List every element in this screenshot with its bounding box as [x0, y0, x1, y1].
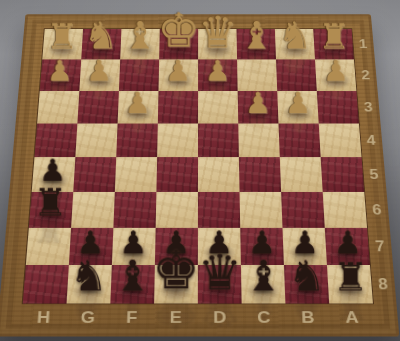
rank-label-3: 3 [356, 91, 380, 124]
file-label-b: B [285, 304, 330, 333]
chess-board: ♜♜♞♞♝♝♚♚♛♛♝♝♞♞♜♜♟♟♟♟♟♟♟♟♟♟♟♟♟♟♟♟♟♟♜♜♟♟♟♟… [0, 14, 399, 336]
file-label-h: H [20, 304, 66, 333]
piece-white-pawn-b3[interactable]: ♟♟ [277, 91, 318, 124]
piece-reflection: ♝ [101, 295, 163, 326]
piece-glyph: ♜ [320, 257, 381, 296]
piece-glyph: ♜ [307, 19, 361, 54]
piece-reflection: ♞ [57, 295, 120, 326]
piece-glyph: ♟ [72, 57, 127, 86]
file-label-f: F [109, 304, 154, 333]
file-label-g: G [65, 304, 111, 333]
piece-glyph: ♟ [190, 57, 245, 86]
piece-black-rook-h6[interactable]: ♜♜ [29, 192, 73, 228]
file-label-e: E [153, 304, 197, 333]
piece-reflection: ♟ [270, 115, 327, 134]
piece-glyph: ♟ [309, 57, 364, 86]
chess-scene: ♜♜♞♞♝♝♚♚♛♛♝♝♞♞♜♜♟♟♟♟♟♟♟♟♟♟♟♟♟♟♟♟♟♟♜♜♟♟♟♟… [0, 0, 400, 341]
piece-reflection: ♞ [277, 295, 340, 326]
file-label-c: C [242, 304, 287, 333]
piece-black-rook-a8[interactable]: ♜♜ [327, 265, 373, 304]
piece-white-pawn-g2[interactable]: ♟♟ [79, 59, 120, 91]
piece-white-pawn-d2[interactable]: ♟♟ [198, 59, 238, 91]
file-labels: HGFEDCBA [20, 304, 375, 333]
piece-glyph: ♜ [21, 184, 80, 222]
piece-glyph: ♟ [270, 89, 326, 118]
rank-label-4: 4 [359, 124, 384, 158]
piece-reflection: ♝ [233, 295, 295, 326]
piece-glyph: ♟ [110, 89, 166, 118]
piece-white-pawn-a2[interactable]: ♟♟ [315, 59, 356, 91]
rank-label-5: 5 [362, 157, 387, 192]
piece-layer: ♜♜♞♞♝♝♚♚♛♛♝♝♞♞♜♜♟♟♟♟♟♟♟♟♟♟♟♟♟♟♟♟♟♟♜♜♟♟♟♟… [23, 29, 373, 304]
file-label-a: A [329, 304, 375, 333]
file-label-d: D [198, 304, 242, 333]
piece-white-pawn-f3[interactable]: ♟♟ [118, 91, 159, 124]
rank-label-6: 6 [364, 192, 389, 228]
piece-reflection: ♟ [109, 115, 166, 134]
